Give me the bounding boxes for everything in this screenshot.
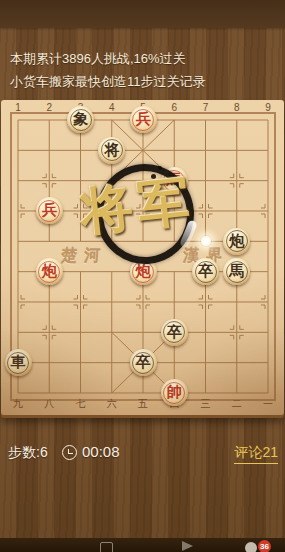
piece-red-兵[interactable]: 兵	[130, 106, 157, 133]
piece-red-炮[interactable]: 炮	[36, 258, 63, 285]
piece-red-兵[interactable]: 兵	[36, 197, 63, 224]
clock-icon	[62, 445, 77, 460]
piece-black-象[interactable]: 象	[67, 106, 94, 133]
piece-red-馬[interactable]: 馬	[161, 167, 188, 194]
challenge-header: 本期累计3896人挑战,16%过关 小货车搬家最快创造11步过关记录	[10, 47, 206, 93]
piece-black-卒[interactable]: 卒	[130, 349, 157, 376]
xiangqi-board[interactable]: 123456789 九八七六五四三二一 楚河 漢界 象兵将馬兵炮炮炮卒馬卒車卒帥…	[1, 100, 284, 415]
app-screen: 本期累计3896人挑战,16%过关 小货车搬家最快创造11步过关记录 12345…	[0, 0, 285, 552]
piece-black-卒[interactable]: 卒	[192, 258, 219, 285]
piece-red-帥[interactable]: 帥	[161, 379, 188, 406]
piece-red-炮[interactable]: 炮	[130, 258, 157, 285]
piece-black-将[interactable]: 将	[98, 137, 125, 164]
challenge-stats-text: 本期累计3896人挑战,16%过关	[10, 47, 206, 70]
send-icon[interactable]	[182, 541, 193, 551]
piece-black-卒[interactable]: 卒	[161, 319, 188, 346]
bottom-toolbar: 36	[0, 538, 285, 552]
piece-black-車[interactable]: 車	[5, 349, 32, 376]
status-bar	[0, 0, 285, 28]
piece-black-炮[interactable]: 炮	[223, 228, 250, 255]
comments-link[interactable]: 评论21	[234, 444, 278, 464]
game-footer: 步数:6 00:08 评论21	[0, 430, 285, 466]
move-counter: 步数:6	[8, 444, 48, 462]
challenge-record-text: 小货车搬家最快创造11步过关记录	[10, 70, 206, 93]
emoji-icon[interactable]	[245, 542, 257, 552]
timer-value: 00:08	[82, 443, 120, 460]
piece-black-馬[interactable]: 馬	[223, 258, 250, 285]
notification-badge: 36	[258, 540, 271, 552]
pieces-layer: 象兵将馬兵炮炮炮卒馬卒車卒帥	[2, 105, 283, 408]
chat-input-icon[interactable]	[100, 542, 113, 552]
